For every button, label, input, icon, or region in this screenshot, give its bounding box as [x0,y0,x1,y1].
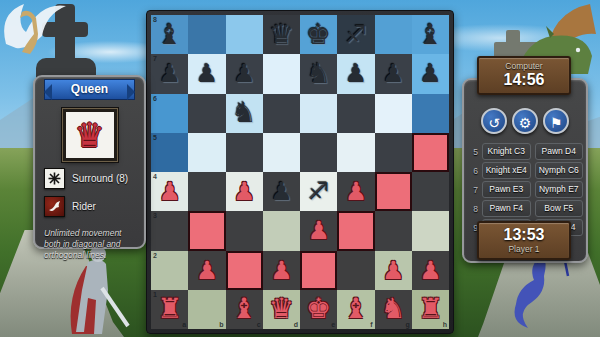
red-rook-piece: ♜ [418,295,443,323]
square-f8[interactable]: ♐ [337,15,374,54]
game-screen: ♝8♛♚♐♝♟7♟♟♞♟♟♟6♞5♟4♟♟♐♟3♟2♟♟♟♟♜1ab♝c♛d♚e… [0,0,600,337]
piece-info-panel: Queen ♛ Surround (8) Rider Unlimited mov… [33,75,146,249]
red-move[interactable]: Pawn F4 [482,200,531,217]
red-rook-piece: ♜ [157,295,182,323]
red-knight-piece: ♞ [381,295,406,323]
chess-board: ♝8♛♚♐♝♟7♟♟♞♟♟♟6♞5♟4♟♟♐♟3♟2♟♟♟♟♜1ab♝c♛d♚e… [146,10,454,334]
black-move[interactable]: Nymph E7 [535,181,584,198]
square-d3[interactable] [263,211,300,250]
file-label: g [405,321,409,328]
rank-label: 1 [153,291,157,298]
square-g6[interactable] [375,94,412,133]
player-clock: 13:53 Player 1 [477,221,571,260]
opponent-clock: Computer 14:56 [477,56,571,95]
square-d8[interactable]: ♛ [263,15,300,54]
black-move[interactable]: Pawn D4 [535,143,584,160]
opponent-name: Computer [479,61,569,71]
square-e2[interactable] [300,251,337,290]
black-move[interactable]: Bow F5 [535,200,584,217]
red-queen-crown-icon: ♛ [74,115,104,155]
square-c3[interactable] [226,211,263,250]
square-a8[interactable]: ♝8 [151,15,188,54]
square-c1[interactable]: ♝c [226,290,263,329]
file-label: d [294,321,298,328]
red-pawn-piece: ♟ [307,218,329,243]
red-queen-piece: ♛ [269,295,294,323]
rank-label: 6 [153,95,157,102]
square-a5[interactable]: 5 [151,133,188,172]
file-label: h [443,321,447,328]
square-c5[interactable] [226,133,263,172]
black-king-piece: ♚ [306,21,331,49]
opponent-time: 14:56 [479,71,569,89]
file-label: e [331,321,335,328]
file-label: b [219,321,223,328]
square-b4[interactable] [188,172,225,211]
red-pawn-piece: ♟ [419,258,441,283]
square-h6[interactable] [412,94,449,133]
square-a7[interactable]: ♟7 [151,54,188,93]
square-a1[interactable]: ♜1a [151,290,188,329]
black-bow-piece: ♐ [308,180,330,204]
square-g7[interactable]: ♟ [375,54,412,93]
square-h4[interactable] [412,172,449,211]
file-label: f [370,321,372,328]
square-b8[interactable] [188,15,225,54]
undo-button[interactable]: ↺ [481,108,507,134]
square-e1[interactable]: ♚e [300,290,337,329]
black-pawn-piece: ♟ [158,61,180,86]
square-b1[interactable]: b [188,290,225,329]
control-buttons: ↺ ⚙ ⚑ [464,108,586,134]
square-f3[interactable] [337,211,374,250]
rank-label: 2 [153,252,157,259]
square-b5[interactable] [188,133,225,172]
board-grid: ♝8♛♚♐♝♟7♟♟♞♟♟♟6♞5♟4♟♟♐♟3♟2♟♟♟♟♜1ab♝c♛d♚e… [151,15,449,329]
square-d4[interactable]: ♟ [263,172,300,211]
square-e4[interactable]: ♐ [300,172,337,211]
square-c8[interactable] [226,15,263,54]
red-pawn-piece: ♟ [270,258,292,283]
square-b3[interactable] [188,211,225,250]
square-h3[interactable] [412,211,449,250]
square-g4[interactable] [375,172,412,211]
square-e6[interactable] [300,94,337,133]
square-b7[interactable]: ♟ [188,54,225,93]
black-elephant-piece: ♝ [418,21,443,49]
red-pawn-piece: ♟ [196,258,218,283]
square-d6[interactable] [263,94,300,133]
game-control-panel: Computer 14:56 ↺ ⚙ ⚑ 5 Knight C3 Pawn D4… [462,78,588,263]
square-d2[interactable]: ♟ [263,251,300,290]
square-d1[interactable]: ♛d [263,290,300,329]
red-pawn-piece: ♟ [233,179,255,204]
black-move[interactable]: Nymph C6 [535,162,584,179]
square-g2[interactable]: ♟ [375,251,412,290]
black-pawn-piece: ♟ [419,61,441,86]
square-g1[interactable]: ♞g [375,290,412,329]
square-e7[interactable]: ♞ [300,54,337,93]
square-h7[interactable]: ♟ [412,54,449,93]
square-b6[interactable] [188,94,225,133]
square-a3[interactable]: 3 [151,211,188,250]
rank-label: 3 [153,212,157,219]
black-pawn-piece: ♟ [382,61,404,86]
red-pawn-piece: ♟ [158,179,180,204]
square-c6[interactable]: ♞ [226,94,263,133]
move-number: 7 [467,185,478,195]
black-nymph-piece: ♞ [232,99,257,127]
square-h5[interactable] [412,133,449,172]
file-label: a [182,321,186,328]
move-row: 5 Knight C3 Pawn D4 [467,142,583,161]
ability-row-surround: Surround (8) [44,168,144,189]
square-f2[interactable] [337,251,374,290]
red-pawn-piece: ♟ [382,258,404,283]
square-a4[interactable]: ♟4 [151,172,188,211]
red-move[interactable]: Knight xE4 [482,162,531,179]
square-f5[interactable] [337,133,374,172]
square-g3[interactable] [375,211,412,250]
move-number: 8 [467,204,478,214]
square-f1[interactable]: ♝f [337,290,374,329]
black-pawn-piece: ♟ [196,61,218,86]
square-g5[interactable] [375,133,412,172]
square-f7[interactable]: ♟ [337,54,374,93]
square-d7[interactable] [263,54,300,93]
square-a2[interactable]: 2 [151,251,188,290]
square-c4[interactable]: ♟ [226,172,263,211]
rank-label: 5 [153,134,157,141]
red-king-piece: ♚ [306,295,331,323]
move-number: 5 [467,147,478,157]
black-bow-piece: ♐ [345,23,367,47]
player-time: 13:53 [479,226,569,244]
rank-label: 7 [153,55,157,62]
square-h8[interactable]: ♝ [412,15,449,54]
starburst-icon [44,168,65,189]
move-number: 6 [467,166,478,176]
black-queen-piece: ♛ [269,21,294,49]
square-a6[interactable]: 6 [151,94,188,133]
bird-icon [44,196,65,217]
square-f6[interactable] [337,94,374,133]
settings-gear-button[interactable]: ⚙ [512,108,538,134]
rank-label: 8 [153,16,157,23]
move-row: 6 Knight xE4 Nymph C6 [467,161,583,180]
ability-label: Rider [72,201,96,212]
red-bishop-piece: ♝ [343,295,368,323]
square-f4[interactable]: ♟ [337,172,374,211]
player-name: Player 1 [479,244,569,254]
square-c7[interactable]: ♟ [226,54,263,93]
piece-portrait: ♛ [63,109,117,161]
square-h2[interactable]: ♟ [412,251,449,290]
move-row: 7 Pawn E3 Nymph E7 [467,180,583,199]
red-move[interactable]: Knight C3 [482,143,531,160]
red-bishop-piece: ♝ [232,295,257,323]
piece-name-banner: Queen [44,79,135,100]
square-d5[interactable] [263,133,300,172]
red-move[interactable]: Pawn E3 [482,181,531,198]
black-pawn-piece: ♟ [345,61,367,86]
square-b2[interactable]: ♟ [188,251,225,290]
square-c2[interactable] [226,251,263,290]
move-row: 8 Pawn F4 Bow F5 [467,199,583,218]
square-h1[interactable]: ♜h [412,290,449,329]
black-pawn-piece: ♟ [233,61,255,86]
red-pawn-piece: ♟ [345,179,367,204]
ability-description: Unlimited movement both in diagonal and … [44,228,135,261]
angel-statue [0,0,88,62]
black-nymph-piece: ♞ [306,60,331,88]
black-pawn-piece: ♟ [270,179,292,204]
rank-label: 4 [153,173,157,180]
ability-row-rider: Rider [44,196,144,217]
resign-flag-button[interactable]: ⚑ [543,108,569,134]
square-e8[interactable]: ♚ [300,15,337,54]
black-elephant-piece: ♝ [157,21,182,49]
square-e3[interactable]: ♟ [300,211,337,250]
file-label: c [257,321,261,328]
ability-label: Surround (8) [72,173,128,184]
square-e5[interactable] [300,133,337,172]
square-g8[interactable] [375,15,412,54]
